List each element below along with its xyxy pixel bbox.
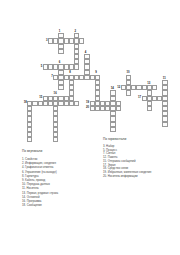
across-clue-lines: 3. Набор5. Процесс7. Сигнал12. Память15.…: [103, 145, 178, 178]
clue-item: 18. Сообщение: [22, 203, 100, 207]
clue-number: 7: [49, 75, 53, 78]
clue-number: 14: [111, 87, 114, 90]
clue-number: 16: [54, 92, 57, 95]
clue-item: 20. Носитель информации: [103, 175, 178, 179]
crossword-worksheet: { "game": "crossword", "language": "ru",…: [0, 0, 180, 255]
grid-cell[interactable]: [58, 49, 63, 54]
down-clue-lines: 1. Свойство2. Информация, сведения4. Гра…: [22, 157, 100, 207]
clue-number: 12: [117, 86, 121, 89]
clue-number: 13: [147, 82, 150, 85]
grid-cell[interactable]: [162, 122, 167, 127]
grid-cell[interactable]: [53, 137, 58, 142]
clue-number: 8: [69, 71, 71, 74]
across-clues-list: По горизонтали 3. Набор5. Процесс7. Сигн…: [103, 137, 178, 178]
clue-number: 15: [39, 96, 43, 99]
clue-number: 20: [85, 106, 89, 109]
down-clues-header: По вертикали: [22, 149, 100, 153]
clue-number: 6: [59, 61, 61, 64]
clue-number: 1: [59, 30, 61, 33]
clue-number: 17: [137, 96, 141, 99]
grid-cell[interactable]: [74, 101, 79, 106]
clue-number: 11: [163, 77, 166, 80]
clue-number: 19: [85, 101, 89, 104]
clue-number: 4: [85, 51, 87, 54]
crossword-grid: 1234567891011121314151617181920: [0, 0, 180, 148]
clue-number: 5: [39, 65, 43, 68]
grid-cell[interactable]: [27, 137, 32, 142]
clue-number: 9: [95, 71, 97, 74]
down-clues-list: По вертикали 1. Свойство2. Информация, с…: [22, 149, 100, 207]
clue-number: 3: [44, 39, 48, 42]
grid-cell[interactable]: [58, 85, 63, 90]
across-clues-header: По горизонтали: [103, 137, 178, 141]
clue-number: 18: [23, 101, 27, 104]
grid-cell[interactable]: [116, 106, 121, 111]
grid-cell[interactable]: [79, 38, 84, 43]
grid-cell[interactable]: [126, 90, 131, 95]
clue-number: 10: [126, 71, 129, 74]
grid-cell[interactable]: [147, 106, 152, 111]
clue-number: 2: [74, 30, 76, 33]
grid-cell[interactable]: [74, 64, 79, 69]
grid-cell[interactable]: [110, 127, 115, 132]
grid-cell[interactable]: [152, 85, 157, 90]
